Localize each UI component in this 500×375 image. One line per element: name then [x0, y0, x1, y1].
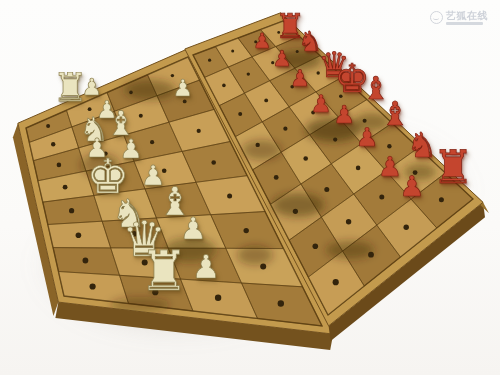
red-pawn[interactable]: ♟ — [333, 103, 355, 128]
peg-hole — [69, 208, 74, 213]
peg-hole — [63, 185, 68, 190]
red-pawn[interactable]: ♟ — [310, 92, 332, 116]
peg-hole — [313, 243, 319, 249]
white-rook[interactable]: ♜ — [52, 68, 87, 107]
peg-hole — [256, 143, 260, 147]
peg-hole — [150, 140, 154, 144]
red-rook[interactable]: ♜ — [432, 144, 473, 190]
peg-hole — [356, 166, 361, 171]
peg-hole — [211, 160, 216, 165]
red-pawn[interactable]: ♟ — [399, 173, 424, 201]
peg-hole — [264, 99, 268, 103]
peg-hole — [303, 156, 308, 161]
peg-hole — [333, 138, 337, 142]
peg-hole — [283, 127, 287, 131]
peg-hole — [293, 209, 298, 214]
peg-hole — [76, 232, 82, 238]
peg-hole — [244, 228, 249, 233]
peg-hole — [260, 264, 266, 270]
white-pawn[interactable]: ♟ — [192, 251, 221, 283]
chess-board — [0, 0, 500, 375]
peg-hole — [57, 163, 62, 168]
peg-hole — [129, 91, 133, 95]
peg-hole — [346, 219, 351, 224]
peg-hole — [278, 300, 284, 306]
peg-hole — [238, 112, 242, 116]
peg-hole — [404, 225, 409, 230]
peg-hole — [90, 283, 96, 289]
peg-hole — [139, 114, 143, 118]
peg-hole — [231, 49, 234, 52]
peg-hole — [46, 124, 50, 128]
peg-hole — [222, 84, 226, 88]
peg-hole — [83, 258, 89, 264]
white-pawn[interactable]: ♟ — [173, 76, 194, 99]
peg-hole — [274, 175, 279, 180]
red-pawn[interactable]: ♟ — [272, 48, 291, 70]
peg-hole — [324, 187, 329, 192]
peg-hole — [333, 279, 339, 285]
peg-hole — [51, 142, 55, 146]
peg-hole — [197, 129, 201, 133]
red-pawn[interactable]: ♟ — [355, 125, 378, 151]
peg-hole — [387, 144, 391, 148]
red-bishop[interactable]: ♝ — [380, 97, 410, 130]
peg-hole — [379, 195, 384, 200]
peg-hole — [215, 295, 221, 301]
peg-hole — [247, 72, 250, 75]
peg-hole — [368, 252, 374, 258]
peg-hole — [208, 59, 211, 62]
red-pawn[interactable]: ♟ — [290, 67, 310, 90]
photo-scene: ♜♟♟♝♞♟♟♟♚♟♝♞♟♛♜♟♜♟♞♟♛♟♚♝♟♝♟♟♞♟♜♟ 艺狐在线 — [0, 0, 500, 375]
peg-hole — [227, 193, 232, 198]
peg-hole — [439, 197, 444, 202]
white-rook[interactable]: ♜ — [139, 244, 188, 299]
red-pawn[interactable]: ♟ — [253, 31, 272, 52]
